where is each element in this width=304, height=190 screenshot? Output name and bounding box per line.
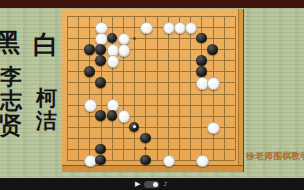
star-point — [144, 147, 147, 150]
toggle-knob — [153, 182, 158, 187]
grid-hline — [67, 116, 235, 117]
white-name-char-1: 柯 — [36, 88, 57, 109]
grid-hline — [67, 138, 235, 139]
black-player-label: 黑 — [0, 30, 20, 55]
last-move-marker — [133, 125, 136, 128]
grid-vline — [235, 16, 236, 160]
stone-black — [95, 55, 106, 66]
video-control-bar: ▶ ♪ — [0, 178, 304, 190]
stone-black — [196, 66, 207, 77]
watermark-text: 徐老师围棋教学 — [246, 150, 304, 163]
video-frame: 黑 李 志 贤 白 柯 洁 徐老师围棋教学 ▶ ♪ — [0, 0, 304, 190]
grid-hline — [67, 60, 235, 61]
stone-black — [140, 155, 151, 166]
star-point — [133, 37, 136, 40]
white-name-char-2: 洁 — [36, 111, 57, 132]
stone-white — [107, 55, 120, 68]
stone-black — [95, 44, 106, 55]
stone-white — [196, 155, 209, 168]
grid-hline — [67, 16, 235, 17]
black-name-char-1: 李 — [0, 66, 22, 88]
stone-black — [196, 55, 207, 66]
white-player-label: 白 — [33, 32, 58, 57]
speaker-icon[interactable]: ♪ — [163, 181, 167, 187]
stone-white — [118, 110, 131, 123]
stone-black — [84, 66, 95, 77]
go-board — [62, 9, 243, 172]
black-name-char-2: 志 — [0, 90, 22, 112]
stone-black — [196, 33, 207, 44]
stone-black — [129, 122, 140, 133]
stone-white — [84, 99, 97, 112]
stone-white — [207, 122, 220, 135]
stone-white — [118, 44, 131, 57]
board-right-edge — [238, 9, 243, 172]
stone-black — [95, 77, 106, 88]
stone-black — [95, 144, 106, 155]
stone-black — [84, 44, 95, 55]
stone-black — [107, 110, 118, 121]
grid-hline — [67, 38, 235, 39]
toggle-switch[interactable] — [144, 181, 159, 188]
stone-black — [140, 133, 151, 144]
stone-white — [207, 77, 220, 90]
stone-black — [95, 155, 106, 166]
stone-white — [140, 22, 153, 35]
grid-hline — [67, 149, 235, 150]
grid-hline — [67, 94, 235, 95]
top-letterbox-bar — [0, 0, 304, 8]
stone-black — [207, 44, 218, 55]
black-name-char-3: 贤 — [0, 114, 22, 137]
stone-white — [185, 22, 198, 35]
stone-black — [95, 110, 106, 121]
playback-controls[interactable]: ▶ ♪ — [135, 181, 167, 188]
stone-black — [107, 33, 118, 44]
play-icon[interactable]: ▶ — [135, 181, 140, 188]
